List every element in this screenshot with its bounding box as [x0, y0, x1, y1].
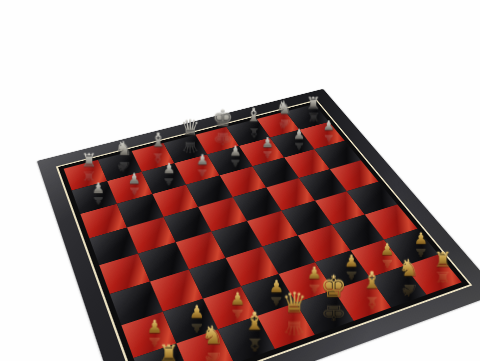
chess-set-photo: ♜♜♞♞♝♝♛♛♚♚♝♝♞♞♜♜♟♟♟♟♟♟♟♟♟♟♟♟♟♟♟♟♟♟♟♟♟♟♟♟… — [0, 0, 480, 361]
scene: ♜♜♞♞♝♝♛♛♚♚♝♝♞♞♜♜♟♟♟♟♟♟♟♟♟♟♟♟♟♟♟♟♟♟♟♟♟♟♟♟… — [0, 0, 480, 361]
chess-board: ♜♜♞♞♝♝♛♛♚♚♝♝♞♞♜♜♟♟♟♟♟♟♟♟♟♟♟♟♟♟♟♟♟♟♟♟♟♟♟♟… — [37, 89, 480, 361]
board-frame: ♜♜♞♞♝♝♛♛♚♚♝♝♞♞♜♜♟♟♟♟♟♟♟♟♟♟♟♟♟♟♟♟♟♟♟♟♟♟♟♟… — [37, 89, 480, 361]
